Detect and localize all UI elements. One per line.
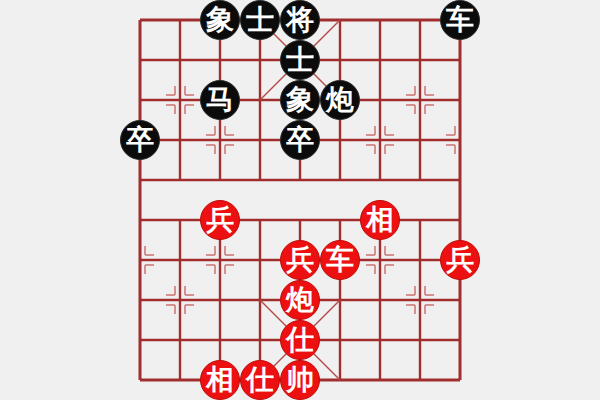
- board-point[interactable]: [200, 40, 240, 80]
- red-soldier[interactable]: 兵: [440, 240, 480, 280]
- black-elephant[interactable]: 象: [280, 80, 320, 120]
- board-point[interactable]: [200, 280, 240, 320]
- board-point[interactable]: [120, 240, 160, 280]
- board-point[interactable]: [240, 120, 280, 160]
- board-point[interactable]: [400, 80, 440, 120]
- red-soldier[interactable]: 兵: [280, 240, 320, 280]
- black-horse[interactable]: 马: [200, 80, 240, 120]
- board-point[interactable]: [120, 360, 160, 400]
- black-cannon[interactable]: 炮: [320, 80, 360, 120]
- board-point[interactable]: [320, 120, 360, 160]
- xiangqi-board-screen: 象士将车士马象炮卒卒兵相兵车兵炮仕相仕帅: [0, 0, 600, 400]
- board-point[interactable]: [440, 280, 480, 320]
- board-point[interactable]: [240, 280, 280, 320]
- black-soldier[interactable]: 卒: [120, 120, 160, 160]
- board-point[interactable]: [360, 280, 400, 320]
- board-point[interactable]: [160, 80, 200, 120]
- board-point[interactable]: [120, 0, 160, 40]
- board-point[interactable]: [160, 120, 200, 160]
- board-point[interactable]: [120, 280, 160, 320]
- board-point[interactable]: [160, 320, 200, 360]
- board-point[interactable]: [360, 240, 400, 280]
- black-elephant[interactable]: 象: [200, 0, 240, 40]
- red-elephant[interactable]: 相: [200, 360, 240, 400]
- board-point[interactable]: [360, 320, 400, 360]
- board-point[interactable]: [240, 320, 280, 360]
- board-point[interactable]: [440, 200, 480, 240]
- black-general[interactable]: 将: [280, 0, 320, 40]
- board-point[interactable]: [160, 280, 200, 320]
- board-point[interactable]: [320, 280, 360, 320]
- board-point[interactable]: [440, 120, 480, 160]
- board-point[interactable]: [160, 360, 200, 400]
- board-point[interactable]: [400, 240, 440, 280]
- xiangqi-board-grid: 象士将车士马象炮卒卒兵相兵车兵炮仕相仕帅: [120, 0, 480, 400]
- board-point[interactable]: [320, 160, 360, 200]
- board-point[interactable]: [160, 0, 200, 40]
- board-point[interactable]: [400, 360, 440, 400]
- board-point[interactable]: [200, 320, 240, 360]
- board-point[interactable]: [360, 360, 400, 400]
- red-cannon[interactable]: 炮: [280, 280, 320, 320]
- red-advisor[interactable]: 仕: [240, 360, 280, 400]
- board-point[interactable]: [320, 40, 360, 80]
- board-point[interactable]: [400, 320, 440, 360]
- board-point[interactable]: [120, 160, 160, 200]
- board-point[interactable]: [240, 200, 280, 240]
- board-point[interactable]: [240, 80, 280, 120]
- board-point[interactable]: [120, 320, 160, 360]
- board-point[interactable]: [440, 360, 480, 400]
- board-point[interactable]: [400, 200, 440, 240]
- board-point[interactable]: [160, 160, 200, 200]
- board-point[interactable]: [440, 320, 480, 360]
- board-point[interactable]: [360, 0, 400, 40]
- board-point[interactable]: [400, 0, 440, 40]
- black-chariot[interactable]: 车: [440, 0, 480, 40]
- board-point[interactable]: [120, 80, 160, 120]
- board-point[interactable]: [160, 40, 200, 80]
- board-point[interactable]: [440, 160, 480, 200]
- board-point[interactable]: [360, 160, 400, 200]
- black-advisor[interactable]: 士: [280, 40, 320, 80]
- board-point[interactable]: [360, 120, 400, 160]
- red-general[interactable]: 帅: [280, 360, 320, 400]
- red-chariot[interactable]: 车: [320, 240, 360, 280]
- red-advisor[interactable]: 仕: [280, 320, 320, 360]
- board-point[interactable]: [320, 0, 360, 40]
- board-point[interactable]: [280, 200, 320, 240]
- board-point[interactable]: [120, 200, 160, 240]
- board-point[interactable]: [440, 40, 480, 80]
- board-point[interactable]: [400, 120, 440, 160]
- board-point[interactable]: [120, 40, 160, 80]
- board-point[interactable]: [360, 80, 400, 120]
- board-point[interactable]: [320, 320, 360, 360]
- board-point[interactable]: [400, 40, 440, 80]
- board-point[interactable]: [200, 120, 240, 160]
- red-soldier[interactable]: 兵: [200, 200, 240, 240]
- board-point[interactable]: [240, 160, 280, 200]
- board-point[interactable]: [240, 240, 280, 280]
- board-point[interactable]: [200, 160, 240, 200]
- board-point[interactable]: [280, 160, 320, 200]
- board-point[interactable]: [160, 200, 200, 240]
- board-point[interactable]: [360, 40, 400, 80]
- black-advisor[interactable]: 士: [240, 0, 280, 40]
- board-point[interactable]: [240, 40, 280, 80]
- board-point[interactable]: [400, 280, 440, 320]
- black-soldier[interactable]: 卒: [280, 120, 320, 160]
- board-point[interactable]: [320, 200, 360, 240]
- board-point[interactable]: [160, 240, 200, 280]
- board-point[interactable]: [200, 240, 240, 280]
- board-point[interactable]: [320, 360, 360, 400]
- board-point[interactable]: [400, 160, 440, 200]
- board-point[interactable]: [440, 80, 480, 120]
- red-elephant[interactable]: 相: [360, 200, 400, 240]
